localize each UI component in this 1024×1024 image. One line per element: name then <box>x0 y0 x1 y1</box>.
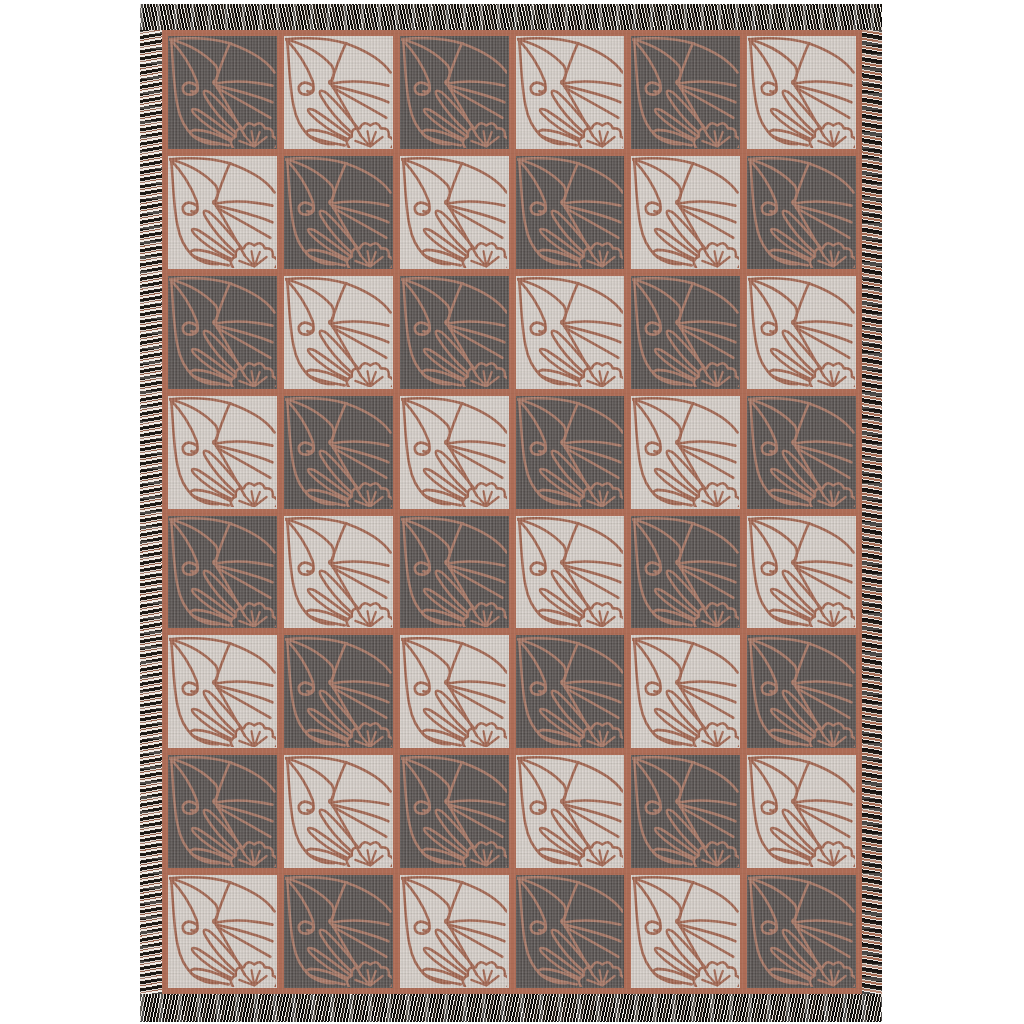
shell-motif-icon <box>632 756 739 867</box>
board-square <box>284 276 393 389</box>
shell-motif-icon <box>169 637 276 748</box>
shell-motif-icon <box>401 876 508 987</box>
photo-background <box>0 0 1024 1024</box>
board <box>162 30 862 994</box>
board-square <box>747 36 856 149</box>
board-square <box>747 875 856 988</box>
board-square <box>747 276 856 389</box>
board-square <box>400 516 509 629</box>
shell-motif-icon <box>169 37 276 148</box>
shell-motif-icon <box>285 517 392 628</box>
shell-motif-icon <box>632 397 739 508</box>
board-square <box>168 156 277 269</box>
board-square <box>516 635 625 748</box>
shell-motif-icon <box>285 637 392 748</box>
shell-motif-icon <box>517 157 624 268</box>
board-square <box>631 396 740 509</box>
board-square <box>747 635 856 748</box>
board-square <box>516 156 625 269</box>
shell-motif-icon <box>517 397 624 508</box>
board-square <box>631 875 740 988</box>
shell-motif-icon <box>169 876 276 987</box>
shell-motif-icon <box>517 277 624 388</box>
shell-motif-icon <box>285 157 392 268</box>
board-square <box>631 156 740 269</box>
board-square <box>400 755 509 868</box>
shell-motif-icon <box>169 756 276 867</box>
blanket-weave <box>162 30 862 994</box>
shell-motif-icon <box>632 637 739 748</box>
board-square <box>516 276 625 389</box>
board-square <box>168 396 277 509</box>
shell-motif-icon <box>748 397 855 508</box>
shell-motif-icon <box>632 517 739 628</box>
fringe-left <box>140 30 162 994</box>
shell-motif-icon <box>632 37 739 148</box>
board-square <box>631 516 740 629</box>
shell-motif-icon <box>748 157 855 268</box>
shell-motif-icon <box>401 397 508 508</box>
board-square <box>168 516 277 629</box>
board-square <box>631 755 740 868</box>
board-square <box>168 36 277 149</box>
shell-motif-icon <box>748 517 855 628</box>
shell-motif-icon <box>401 37 508 148</box>
board-square <box>284 755 393 868</box>
shell-motif-icon <box>285 876 392 987</box>
board-square <box>284 875 393 988</box>
board-square <box>284 635 393 748</box>
board-square <box>516 516 625 629</box>
shell-motif-icon <box>285 277 392 388</box>
shell-motif-icon <box>517 517 624 628</box>
shell-motif-icon <box>748 876 855 987</box>
board-square <box>284 516 393 629</box>
shell-motif-icon <box>748 637 855 748</box>
board-square <box>168 276 277 389</box>
board-square <box>747 516 856 629</box>
shell-motif-icon <box>401 277 508 388</box>
shell-motif-icon <box>169 397 276 508</box>
board-square <box>400 156 509 269</box>
board-square <box>631 635 740 748</box>
shell-motif-icon <box>517 756 624 867</box>
shell-motif-icon <box>517 876 624 987</box>
board-square <box>400 875 509 988</box>
board-square <box>631 276 740 389</box>
board-square <box>284 156 393 269</box>
shell-motif-icon <box>748 277 855 388</box>
board-square <box>747 755 856 868</box>
shell-motif-icon <box>285 397 392 508</box>
board-square <box>516 36 625 149</box>
woven-blanket <box>140 4 882 1022</box>
board-square <box>400 276 509 389</box>
board-square <box>747 156 856 269</box>
shell-motif-icon <box>517 37 624 148</box>
shell-motif-icon <box>401 637 508 748</box>
shell-motif-icon <box>401 756 508 867</box>
shell-motif-icon <box>169 157 276 268</box>
board-square <box>284 396 393 509</box>
board-square <box>400 396 509 509</box>
shell-motif-icon <box>401 517 508 628</box>
fringe-right <box>862 30 882 994</box>
fringe-bottom <box>140 994 882 1022</box>
board-square <box>168 635 277 748</box>
board-square <box>168 755 277 868</box>
board-square <box>516 396 625 509</box>
shell-motif-icon <box>517 637 624 748</box>
shell-motif-icon <box>632 277 739 388</box>
board-square <box>400 36 509 149</box>
board-square <box>284 36 393 149</box>
shell-motif-icon <box>169 517 276 628</box>
shell-motif-icon <box>632 876 739 987</box>
board-square <box>168 875 277 988</box>
board-square <box>516 875 625 988</box>
board-square <box>631 36 740 149</box>
shell-motif-icon <box>285 37 392 148</box>
shell-motif-icon <box>632 157 739 268</box>
shell-motif-icon <box>169 277 276 388</box>
shell-motif-icon <box>748 756 855 867</box>
board-square <box>400 635 509 748</box>
board-square <box>516 755 625 868</box>
board-square <box>747 396 856 509</box>
shell-motif-icon <box>285 756 392 867</box>
shell-motif-icon <box>401 157 508 268</box>
fringe-top <box>140 4 882 30</box>
shell-motif-icon <box>748 37 855 148</box>
